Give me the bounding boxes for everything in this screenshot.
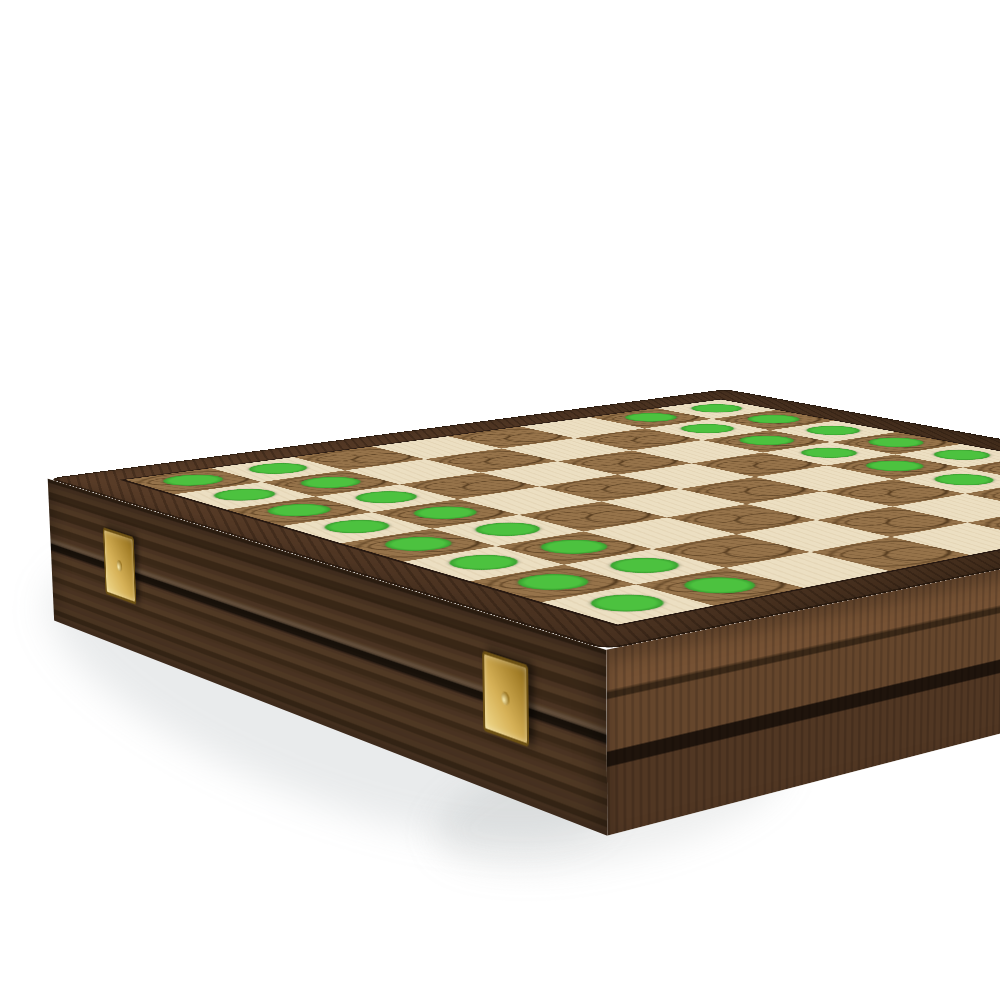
white-pawn-glyph: ♟ (968, 355, 1000, 508)
chess-case: ♜♟♞♟♝♟♚♟♛♟♝♟♟♜♞♟♟♞♜♟♟♝♟♚♟♛♟♝♟♞♟♜ (48, 389, 1000, 649)
camera: ♜♟♞♟♝♟♚♟♛♟♝♟♟♜♞♟♟♞♜♟♟♝♟♚♟♛♟♝♟♞♟♜ (0, 0, 1000, 1000)
camera-zoom: ♜♟♞♟♝♟♚♟♛♟♝♟♟♜♞♟♟♞♜♟♟♝♟♚♟♛♟♝♟♞♟♜ (0, 0, 1000, 1000)
black-rook-glyph: ♜ (530, 406, 725, 624)
product-photo: ♜♟♞♟♝♟♚♟♛♟♝♟♟♜♞♟♟♞♜♟♟♝♟♚♟♛♟♝♟♞♟♜ (0, 0, 1000, 1000)
brass-latch-near (482, 650, 529, 747)
brass-latch-left (103, 527, 137, 605)
